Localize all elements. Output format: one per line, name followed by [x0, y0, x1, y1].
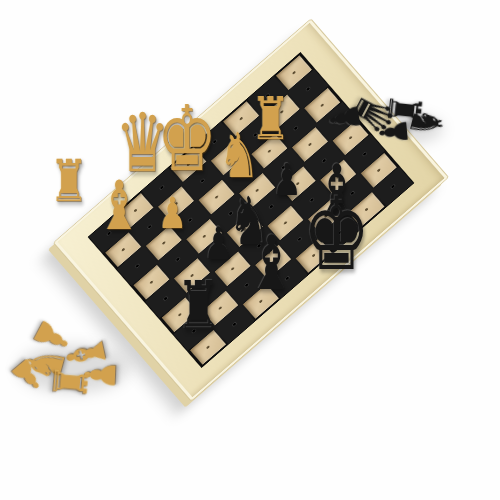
chess-board-frame [53, 18, 449, 401]
piece-wood-rook-a8: ♜ [47, 152, 91, 210]
wood-pile-shadow [18, 345, 128, 393]
photo-stage: ♜♛♚♝♟♞♜♟♝♟♞♝♚♜ ♟♛♜♞♟♟♞♝♜♟♟ [0, 0, 500, 500]
chess-board-surface [89, 53, 413, 367]
